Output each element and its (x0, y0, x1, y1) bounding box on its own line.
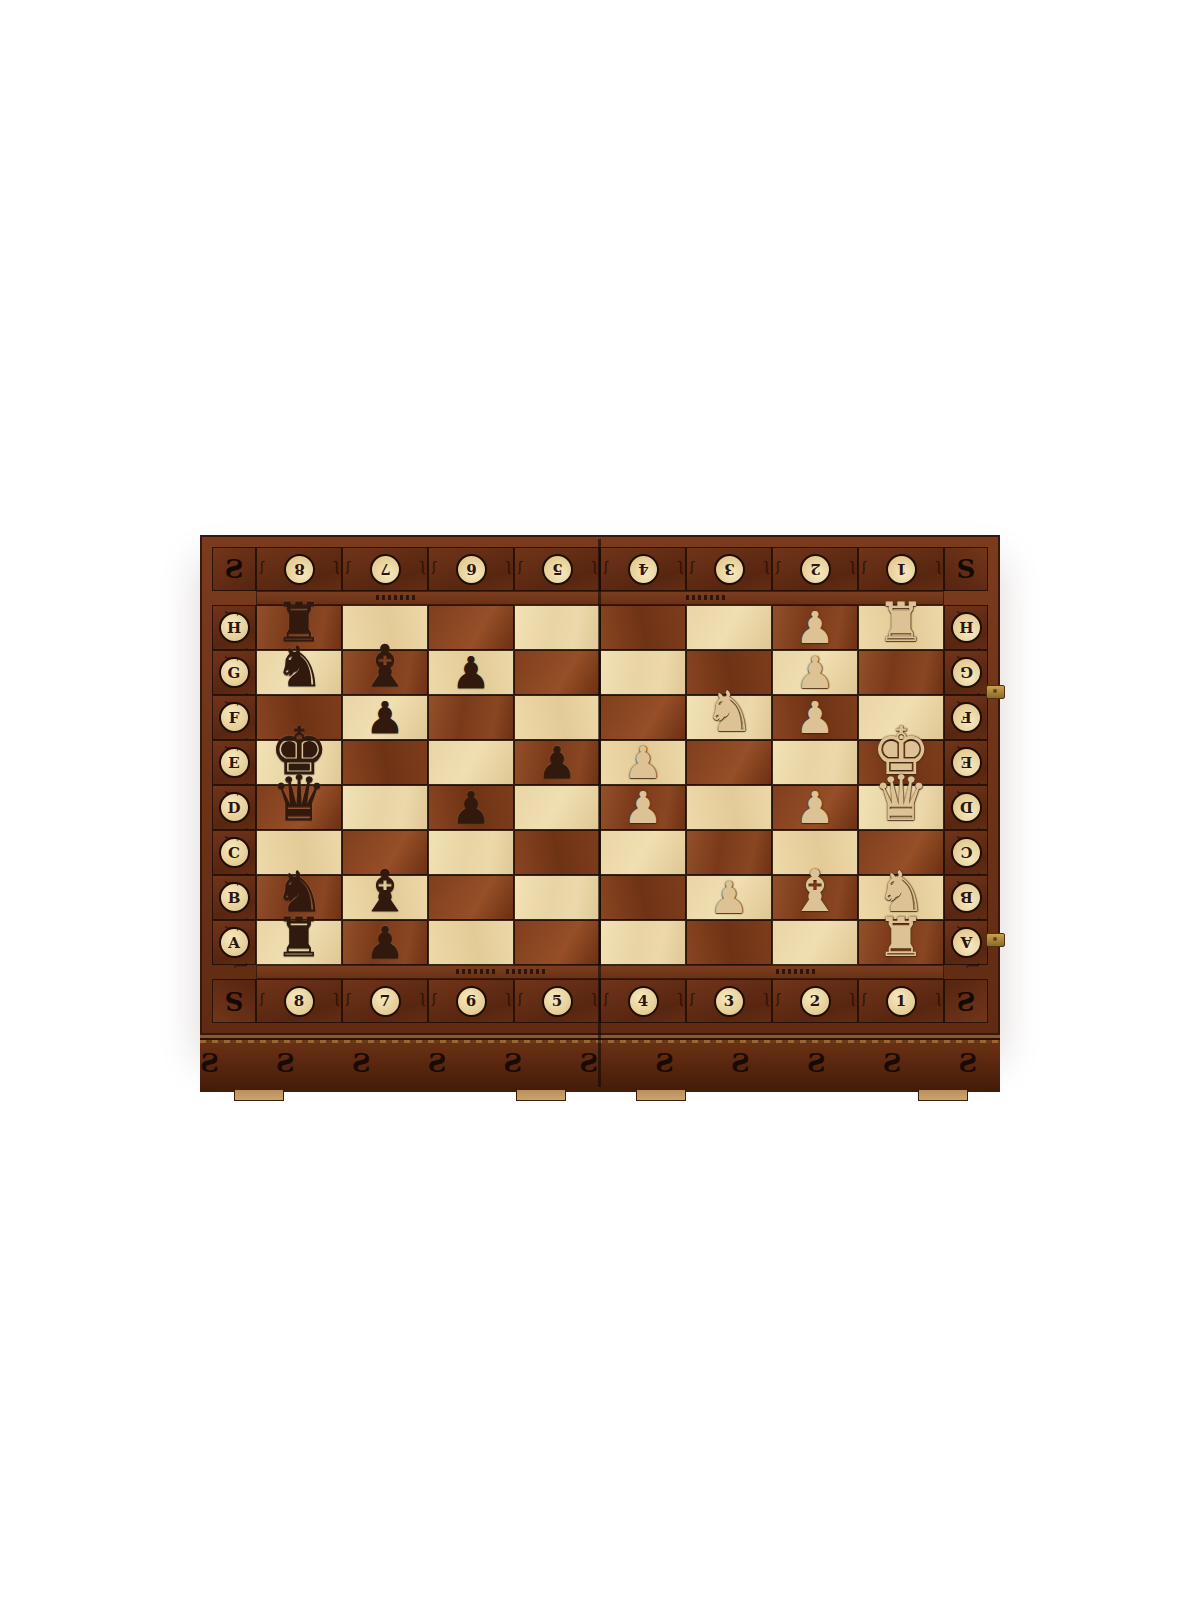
curl-ornament-icon: ʃ (936, 560, 940, 573)
piece-white-pawn-d2: ♟ (795, 786, 834, 830)
piece-white-pawn-d4: ♟ (623, 786, 662, 830)
file-label-left-c: ʃCʃ (212, 830, 256, 875)
board-foot (516, 1090, 566, 1101)
board-foot (636, 1090, 686, 1101)
piece-black-rook-h8: ♜ (275, 596, 323, 650)
square-g8: ♞ (256, 650, 342, 695)
piece-white-pawn-b3: ♟ (709, 876, 748, 920)
rank-label-text: 2 (800, 554, 831, 585)
board-foot (234, 1090, 284, 1101)
curl-ornament-icon: ʃ (518, 992, 522, 1005)
curl-ornament-icon: ʃ (226, 836, 239, 840)
square-h8: ♜ (256, 605, 342, 650)
rank-label-text: 6 (456, 554, 487, 585)
square-e7 (342, 740, 428, 785)
file-label-right-b: ʃBʃ (944, 875, 988, 920)
curl-ornament-icon: ʃ (334, 560, 338, 573)
curl-ornament-icon: ʃ (432, 992, 436, 1005)
square-a2 (772, 920, 858, 965)
spiral-ornament-icon: Ƨ (944, 979, 988, 1023)
curl-ornament-icon: ʃ (506, 992, 510, 1005)
curl-ornament-icon: ʃ (432, 560, 436, 573)
piece-black-pawn-d6: ♟ (451, 786, 490, 830)
square-c5 (514, 830, 600, 875)
rank-label-text: 5 (542, 986, 573, 1017)
file-label-right-c: ʃCʃ (944, 830, 988, 875)
square-g6: ♟ (428, 650, 514, 695)
square-f5 (514, 695, 600, 740)
file-label-right-g: ʃGʃ (944, 650, 988, 695)
clasp-hinge-icon (986, 933, 1005, 947)
square-d3 (686, 785, 772, 830)
curl-ornament-icon: ʃ (764, 992, 768, 1005)
square-e8: ♚ (256, 740, 342, 785)
rank-label-text: 2 (800, 986, 831, 1017)
square-f6 (428, 695, 514, 740)
curl-ornament-icon: ʃ (226, 926, 239, 930)
square-g2: ♟ (772, 650, 858, 695)
square-g3 (686, 650, 772, 695)
curl-ornament-icon: ʃ (518, 560, 522, 573)
rank-label-text: 7 (370, 554, 401, 585)
clasp-hinge-icon (986, 685, 1005, 699)
chess-board: Ƨ Ƨ Ƨ Ƨ ʃ8ʃʃ7ʃʃ6ʃʃ5ʃʃ4ʃʃ3ʃʃ2ʃʃ1ʃ ʃ8ʃʃ7ʃʃ… (200, 535, 1000, 1035)
square-h2: ♟ (772, 605, 858, 650)
curl-ornament-icon: ʃ (506, 560, 510, 573)
square-a1: ♜ (858, 920, 944, 965)
rank-label-text: 1 (886, 554, 917, 585)
square-e1: ♚ (858, 740, 944, 785)
file-label-left-a: ʃAʃ (212, 920, 256, 965)
curl-ornament-icon: ʃ (690, 992, 694, 1005)
piece-white-rook-a1: ♜ (877, 911, 925, 965)
curl-ornament-icon: ʃ (235, 946, 248, 968)
file-label-right-h: ʃHʃ (944, 605, 988, 650)
square-d5 (514, 785, 600, 830)
piece-black-pawn-a7: ♟ (365, 921, 404, 965)
rank-label-text: 4 (628, 554, 659, 585)
curl-ornament-icon: ʃ (776, 560, 780, 573)
rank-label-bottom-2: ʃ2ʃ (772, 979, 858, 1023)
file-label-right-a: ʃAʃ (944, 920, 988, 965)
curl-ornament-icon: ʃ (604, 560, 608, 573)
curl-ornament-icon: ʃ (936, 992, 940, 1005)
rank-label-top-6: ʃ6ʃ (428, 547, 514, 591)
square-c6 (428, 830, 514, 875)
square-g7: ♝ (342, 650, 428, 695)
square-e5: ♟ (514, 740, 600, 785)
piece-white-pawn-e4: ♟ (623, 741, 662, 785)
square-e6 (428, 740, 514, 785)
square-d7 (342, 785, 428, 830)
curl-ornament-icon: ʃ (776, 992, 780, 1005)
curl-ornament-icon: ʃ (260, 992, 264, 1005)
square-h1: ♜ (858, 605, 944, 650)
curl-ornament-icon: ʃ (420, 560, 424, 573)
square-b8: ♞ (256, 875, 342, 920)
rank-label-top-7: ʃ7ʃ (342, 547, 428, 591)
square-g4 (600, 650, 686, 695)
square-d2: ♟ (772, 785, 858, 830)
square-b7: ♝ (342, 875, 428, 920)
square-f1 (858, 695, 944, 740)
piece-black-pawn-g6: ♟ (451, 651, 490, 695)
file-label-left-e: ʃEʃ (212, 740, 256, 785)
spiral-ornament-icon: Ƨ (212, 547, 256, 591)
file-label-left-d: ʃDʃ (212, 785, 256, 830)
curl-ornament-icon: ʃ (346, 992, 350, 1005)
square-b5 (514, 875, 600, 920)
curl-ornament-icon: ʃ (226, 746, 239, 750)
rank-label-top-3: ʃ3ʃ (686, 547, 772, 591)
file-label-right-d: ʃDʃ (944, 785, 988, 830)
square-c8 (256, 830, 342, 875)
square-a8: ♜ (256, 920, 342, 965)
square-c2 (772, 830, 858, 875)
curl-ornament-icon: ʃ (226, 881, 239, 885)
rank-label-text: 3 (714, 554, 745, 585)
square-b4 (600, 875, 686, 920)
square-f2: ♟ (772, 695, 858, 740)
square-a6 (428, 920, 514, 965)
curl-ornament-icon: ʃ (592, 560, 596, 573)
square-g1 (858, 650, 944, 695)
square-c4 (600, 830, 686, 875)
file-label-right-e: ʃEʃ (944, 740, 988, 785)
curl-ornament-icon: ʃ (862, 560, 866, 573)
rank-label-bottom-1: ʃ1ʃ (858, 979, 944, 1023)
square-h6 (428, 605, 514, 650)
curl-ornament-icon: ʃ (420, 992, 424, 1005)
piece-black-pawn-e5: ♟ (537, 741, 576, 785)
rank-label-text: 8 (284, 554, 315, 585)
curl-ornament-icon: ʃ (862, 992, 866, 1005)
curl-ornament-icon: ʃ (604, 992, 608, 1005)
curl-ornament-icon: ʃ (260, 560, 264, 573)
square-f4 (600, 695, 686, 740)
curl-ornament-icon: ʃ (850, 992, 854, 1005)
curl-ornament-icon: ʃ (678, 992, 682, 1005)
rank-label-text: 7 (370, 986, 401, 1017)
square-h7 (342, 605, 428, 650)
rank-label-text: 5 (542, 554, 573, 585)
curl-ornament-icon: ʃ (967, 946, 980, 968)
rank-label-top-1: ʃ1ʃ (858, 547, 944, 591)
square-e3 (686, 740, 772, 785)
curl-ornament-icon: ʃ (334, 992, 338, 1005)
square-d1: ♛ (858, 785, 944, 830)
curl-ornament-icon: ʃ (690, 560, 694, 573)
file-labels-right: ʃHʃʃGʃʃFʃʃEʃʃDʃʃCʃʃBʃʃAʃ (944, 605, 988, 965)
square-h5 (514, 605, 600, 650)
square-c1 (858, 830, 944, 875)
file-label-left-h: ʃHʃ (212, 605, 256, 650)
square-c7 (342, 830, 428, 875)
curl-ornament-icon: ʃ (764, 560, 768, 573)
rank-label-top-4: ʃ4ʃ (600, 547, 686, 591)
curl-ornament-icon: ʃ (226, 656, 239, 660)
file-label-left-g: ʃGʃ (212, 650, 256, 695)
square-a7: ♟ (342, 920, 428, 965)
square-g5 (514, 650, 600, 695)
maker-stamp (376, 595, 418, 600)
board-foot (918, 1090, 968, 1101)
file-labels-left: ʃHʃʃGʃʃFʃʃEʃʃDʃʃCʃʃBʃʃAʃ (212, 605, 256, 965)
square-a5 (514, 920, 600, 965)
square-e2 (772, 740, 858, 785)
curl-ornament-icon: ʃ (678, 560, 682, 573)
rank-label-bottom-7: ʃ7ʃ (342, 979, 428, 1023)
piece-white-pawn-f2: ♟ (795, 696, 834, 740)
product-photo: Ƨ Ƨ Ƨ Ƨ ʃ8ʃʃ7ʃʃ6ʃʃ5ʃʃ4ʃʃ3ʃʃ2ʃʃ1ʃ ʃ8ʃʃ7ʃʃ… (0, 0, 1200, 1600)
rank-label-bottom-8: ʃ8ʃ (256, 979, 342, 1023)
square-c3 (686, 830, 772, 875)
square-d4: ♟ (600, 785, 686, 830)
rank-label-top-5: ʃ5ʃ (514, 547, 600, 591)
file-label-left-f: ʃFʃ (212, 695, 256, 740)
rank-label-bottom-3: ʃ3ʃ (686, 979, 772, 1023)
square-h3 (686, 605, 772, 650)
square-b2: ♝ (772, 875, 858, 920)
rank-label-text: 3 (714, 986, 745, 1017)
rank-label-bottom-6: ʃ6ʃ (428, 979, 514, 1023)
rank-label-text: 4 (628, 986, 659, 1017)
curl-ornament-icon: ʃ (226, 701, 239, 705)
rank-label-text: 6 (456, 986, 487, 1017)
piece-white-rook-h1: ♜ (877, 596, 925, 650)
square-b1: ♞ (858, 875, 944, 920)
rank-label-top-2: ʃ2ʃ (772, 547, 858, 591)
rank-label-text: 8 (284, 986, 315, 1017)
square-f3: ♞ (686, 695, 772, 740)
piece-black-pawn-f7: ♟ (365, 696, 404, 740)
curl-ornament-icon: ʃ (592, 992, 596, 1005)
piece-white-pawn-g2: ♟ (795, 651, 834, 695)
curl-ornament-icon: ʃ (226, 791, 239, 795)
rank-label-bottom-5: ʃ5ʃ (514, 979, 600, 1023)
curl-ornament-icon: ʃ (346, 560, 350, 573)
maker-stamp (456, 969, 498, 974)
maker-stamp (776, 969, 818, 974)
square-b3: ♟ (686, 875, 772, 920)
rank-label-top-8: ʃ8ʃ (256, 547, 342, 591)
square-d8: ♛ (256, 785, 342, 830)
square-f8 (256, 695, 342, 740)
maker-stamp (686, 595, 728, 600)
square-d6: ♟ (428, 785, 514, 830)
fold-seam (598, 539, 601, 1087)
square-a4 (600, 920, 686, 965)
curl-ornament-icon: ʃ (226, 611, 239, 615)
file-label-left-b: ʃBʃ (212, 875, 256, 920)
rank-label-bottom-4: ʃ4ʃ (600, 979, 686, 1023)
square-h4 (600, 605, 686, 650)
curl-ornament-icon: ʃ (850, 560, 854, 573)
square-f7: ♟ (342, 695, 428, 740)
rank-label-text: 1 (886, 986, 917, 1017)
square-b6 (428, 875, 514, 920)
square-e4: ♟ (600, 740, 686, 785)
spiral-ornament-icon: Ƨ (944, 547, 988, 591)
spiral-ornament-icon: Ƨ (212, 979, 256, 1023)
maker-stamp (506, 969, 548, 974)
piece-black-rook-a8: ♜ (275, 911, 323, 965)
piece-white-pawn-h2: ♟ (795, 606, 834, 650)
file-label-right-f: ʃFʃ (944, 695, 988, 740)
square-a3 (686, 920, 772, 965)
